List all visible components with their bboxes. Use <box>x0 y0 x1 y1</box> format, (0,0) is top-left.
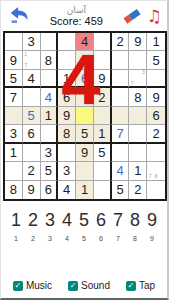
numpad-big-9[interactable]: 9 <box>145 210 159 231</box>
cell-value: 9 <box>134 35 141 48</box>
cell-value: 9 <box>10 54 17 67</box>
cell-value: 6 <box>81 72 88 85</box>
tap-checkbox[interactable]: ✓ Tap <box>126 280 155 291</box>
cell-value: 4 <box>28 72 35 85</box>
cell-value: 1 <box>10 146 17 159</box>
cell-r8c4[interactable]: 3 <box>58 162 76 180</box>
cell-r6c4[interactable]: 8 <box>58 125 76 143</box>
cell-r3c2[interactable]: 4 <box>23 70 41 88</box>
cell-r3c5[interactable]: 6 <box>76 70 94 88</box>
cell-r6c8[interactable] <box>129 125 147 143</box>
numpad-big-1[interactable]: 1 <box>9 210 23 231</box>
cell-r9c4[interactable]: 4 <box>58 181 76 199</box>
cell-r3c7[interactable] <box>112 70 130 88</box>
undo-icon <box>6 4 32 29</box>
app-screen: آسان Score: 459 ♫ 3429191785541693774628… <box>0 0 169 300</box>
cell-r9c6[interactable] <box>94 181 112 199</box>
numpad-big-6[interactable]: 6 <box>94 210 108 231</box>
cell-value: 8 <box>10 183 17 196</box>
cell-value: 3 <box>63 164 70 177</box>
cell-r4c1[interactable]: 7 <box>5 88 23 106</box>
numpad-big-row: 123456789 <box>1 210 167 231</box>
cell-r2c3[interactable]: 8 <box>41 51 59 69</box>
cell-r1c1[interactable] <box>5 33 23 51</box>
numpad-pencil-1[interactable]: 1 <box>9 235 23 242</box>
cell-r9c5[interactable]: 1 <box>76 181 94 199</box>
checkbox-checked-icon: ✓ <box>68 281 78 291</box>
cell-r4c4[interactable]: 6 <box>58 88 76 106</box>
cell-value: 8 <box>45 54 52 67</box>
cell-r7c5[interactable]: 9 <box>76 144 94 162</box>
cell-value: 2 <box>28 164 35 177</box>
sudoku-grid: 3429191785541693774628951963685172139525… <box>3 31 167 201</box>
cell-r4c3[interactable]: 4 <box>41 88 59 106</box>
numpad-pencil-9[interactable]: 9 <box>145 235 159 242</box>
cell-value: 2 <box>134 183 141 196</box>
cell-r2c7[interactable] <box>112 51 130 69</box>
music-toggle-button[interactable]: ♫ <box>145 8 164 25</box>
cell-value: 6 <box>28 127 35 140</box>
cell-value: 5 <box>28 109 35 122</box>
cell-r8c3[interactable]: 5 <box>41 162 59 180</box>
cell-r7c8[interactable] <box>129 144 147 162</box>
cell-value: 8 <box>63 127 70 140</box>
music-checkbox-label: Music <box>26 280 52 291</box>
cell-r6c1[interactable]: 3 <box>5 125 23 143</box>
settings-bar: ✓ Music ✓ Sound ✓ Tap <box>1 280 167 298</box>
numpad-pencil-2[interactable]: 2 <box>26 235 40 242</box>
cell-value: 9 <box>81 146 88 159</box>
cell-r8c5[interactable] <box>76 162 94 180</box>
cell-r5c5[interactable] <box>76 107 94 125</box>
cell-r5c6[interactable] <box>94 107 112 125</box>
cell-r1c9[interactable]: 1 <box>147 33 165 51</box>
checkbox-checked-icon: ✓ <box>126 281 136 291</box>
cell-value: 9 <box>98 72 105 85</box>
cell-value: 1 <box>134 164 141 177</box>
numpad-big-3[interactable]: 3 <box>43 210 57 231</box>
cell-r3c6[interactable]: 9 <box>94 70 112 88</box>
cell-value: 1 <box>152 35 159 48</box>
cell-r7c1[interactable]: 1 <box>5 144 23 162</box>
cell-value: 6 <box>45 183 52 196</box>
cell-value: 7 <box>10 91 17 104</box>
cell-r7c9[interactable] <box>147 144 165 162</box>
cell-value: 3 <box>10 127 17 140</box>
cell-value: 5 <box>81 127 88 140</box>
numpad-big-2[interactable]: 2 <box>26 210 40 231</box>
cell-r6c5[interactable]: 5 <box>76 125 94 143</box>
numpad-big-4[interactable]: 4 <box>60 210 74 231</box>
cell-r8c6[interactable] <box>94 162 112 180</box>
cell-value: 2 <box>116 35 123 48</box>
cell-value: 5 <box>152 54 159 67</box>
cell-r4c6[interactable]: 2 <box>94 88 112 106</box>
cell-r2c6[interactable] <box>94 51 112 69</box>
sound-checkbox-label: Sound <box>81 280 110 291</box>
cell-r1c4[interactable] <box>58 33 76 51</box>
cell-r4c5[interactable] <box>76 88 94 106</box>
cell-r1c5[interactable]: 4 <box>76 33 94 51</box>
cell-r2c1[interactable]: 9 <box>5 51 23 69</box>
cell-r4c9[interactable]: 9 <box>147 88 165 106</box>
cell-value: 8 <box>134 91 141 104</box>
eraser-icon <box>121 5 143 28</box>
cell-value: 4 <box>45 91 52 104</box>
cell-r7c6[interactable]: 5 <box>94 144 112 162</box>
cell-value: 2 <box>152 127 159 140</box>
cell-r6c9[interactable]: 2 <box>147 125 165 143</box>
difficulty-label: آسان <box>34 6 119 15</box>
cell-value: 5 <box>98 146 105 159</box>
cell-r4c7[interactable] <box>112 88 130 106</box>
cell-r2c5[interactable] <box>76 51 94 69</box>
cell-value: 1 <box>63 72 70 85</box>
cell-value: 9 <box>28 183 35 196</box>
numpad-big-5[interactable]: 5 <box>77 210 91 231</box>
numpad-big-7[interactable]: 7 <box>111 210 125 231</box>
cell-r2c9[interactable]: 5 <box>147 51 165 69</box>
cell-r6c3[interactable] <box>41 125 59 143</box>
cell-r9c7[interactable]: 5 <box>112 181 130 199</box>
cell-r8c7[interactable]: 4 <box>112 162 130 180</box>
cell-r9c3[interactable]: 6 <box>41 181 59 199</box>
cell-value: 5 <box>45 164 52 177</box>
cell-value: 3 <box>45 146 52 159</box>
numpad-big-8[interactable]: 8 <box>128 210 142 231</box>
checkbox-checked-icon: ✓ <box>13 281 23 291</box>
cell-r3c1[interactable]: 5 <box>5 70 23 88</box>
cell-r4c8[interactable]: 8 <box>129 88 147 106</box>
pencil-marks: 78 <box>147 162 165 179</box>
cell-r7c4[interactable] <box>58 144 76 162</box>
cell-r3c3[interactable] <box>41 70 59 88</box>
cell-r3c8[interactable]: 37 <box>129 70 147 88</box>
cell-r1c8[interactable]: 9 <box>129 33 147 51</box>
score-label: Score: 459 <box>34 16 119 27</box>
cell-r7c3[interactable]: 3 <box>41 144 59 162</box>
cell-value: 3 <box>28 35 35 48</box>
tap-checkbox-label: Tap <box>139 280 155 291</box>
pencil-marks: 37 <box>129 70 146 86</box>
cell-r1c3[interactable] <box>41 33 59 51</box>
cell-value: 1 <box>81 183 88 196</box>
cell-r9c8[interactable]: 2 <box>129 181 147 199</box>
cell-value: 6 <box>63 91 70 104</box>
cell-value: 9 <box>152 91 159 104</box>
cell-r9c1[interactable]: 8 <box>5 181 23 199</box>
cell-r8c9[interactable]: 78 <box>147 162 165 180</box>
cell-value: 1 <box>45 109 52 122</box>
cell-r5c7[interactable] <box>112 107 130 125</box>
cell-r2c4[interactable] <box>58 51 76 69</box>
eraser-button[interactable] <box>119 5 145 28</box>
cell-r7c2[interactable] <box>23 144 41 162</box>
pencil-marks: 17 <box>23 51 40 68</box>
cell-value: 6 <box>152 109 159 122</box>
cell-value: 4 <box>116 164 123 177</box>
cell-r1c2[interactable]: 3 <box>23 33 41 51</box>
numpad-pencil-4[interactable]: 4 <box>60 235 74 242</box>
cell-r6c2[interactable]: 6 <box>23 125 41 143</box>
board-area: 3429191785541693774628951963685172139525… <box>3 31 166 201</box>
music-note-icon: ♫ <box>147 8 162 25</box>
cell-r6c6[interactable]: 1 <box>94 125 112 143</box>
cell-value: 9 <box>63 109 70 122</box>
cell-value: 1 <box>98 127 105 140</box>
cell-value: 5 <box>116 183 123 196</box>
cell-r5c8[interactable] <box>129 107 147 125</box>
cell-r9c9[interactable] <box>147 181 165 199</box>
title-block: آسان Score: 459 <box>34 6 119 27</box>
cell-r3c4[interactable]: 1 <box>58 70 76 88</box>
cell-value: 5 <box>10 72 17 85</box>
cell-value: 4 <box>63 183 70 196</box>
cell-r5c1[interactable] <box>5 107 23 125</box>
cell-r5c3[interactable]: 1 <box>41 107 59 125</box>
music-checkbox[interactable]: ✓ Music <box>13 280 52 291</box>
cell-r1c6[interactable] <box>94 33 112 51</box>
numpad-pencil-8[interactable]: 8 <box>128 235 142 242</box>
cell-value: 4 <box>81 35 88 48</box>
cell-r4c2[interactable] <box>23 88 41 106</box>
cell-r6c7[interactable]: 7 <box>112 125 130 143</box>
cell-r1c7[interactable]: 2 <box>112 33 130 51</box>
sound-checkbox[interactable]: ✓ Sound <box>68 280 110 291</box>
cell-r8c8[interactable]: 1 <box>129 162 147 180</box>
numpad-pencil-6[interactable]: 6 <box>94 235 108 242</box>
cell-r8c2[interactable]: 2 <box>23 162 41 180</box>
top-bar: آسان Score: 459 ♫ <box>1 1 167 30</box>
cell-r9c2[interactable]: 9 <box>23 181 41 199</box>
cell-r3c9[interactable] <box>147 70 165 88</box>
cell-r7c7[interactable] <box>112 144 130 162</box>
cell-r8c1[interactable] <box>5 162 23 180</box>
numpad-pencil-3[interactable]: 3 <box>43 235 57 242</box>
cell-r5c9[interactable]: 6 <box>147 107 165 125</box>
numpad-pencil-row: 123456789 <box>1 235 167 242</box>
cell-r5c4[interactable]: 9 <box>58 107 76 125</box>
numpad-pencil-5[interactable]: 5 <box>77 235 91 242</box>
cell-value: 7 <box>116 127 123 140</box>
cell-r5c2[interactable]: 5 <box>23 107 41 125</box>
cell-value: 2 <box>98 91 105 104</box>
numpad-pencil-7[interactable]: 7 <box>111 235 125 242</box>
undo-button[interactable] <box>4 4 34 29</box>
cell-r2c8[interactable] <box>129 51 147 69</box>
cell-r2c2[interactable]: 17 <box>23 51 41 69</box>
